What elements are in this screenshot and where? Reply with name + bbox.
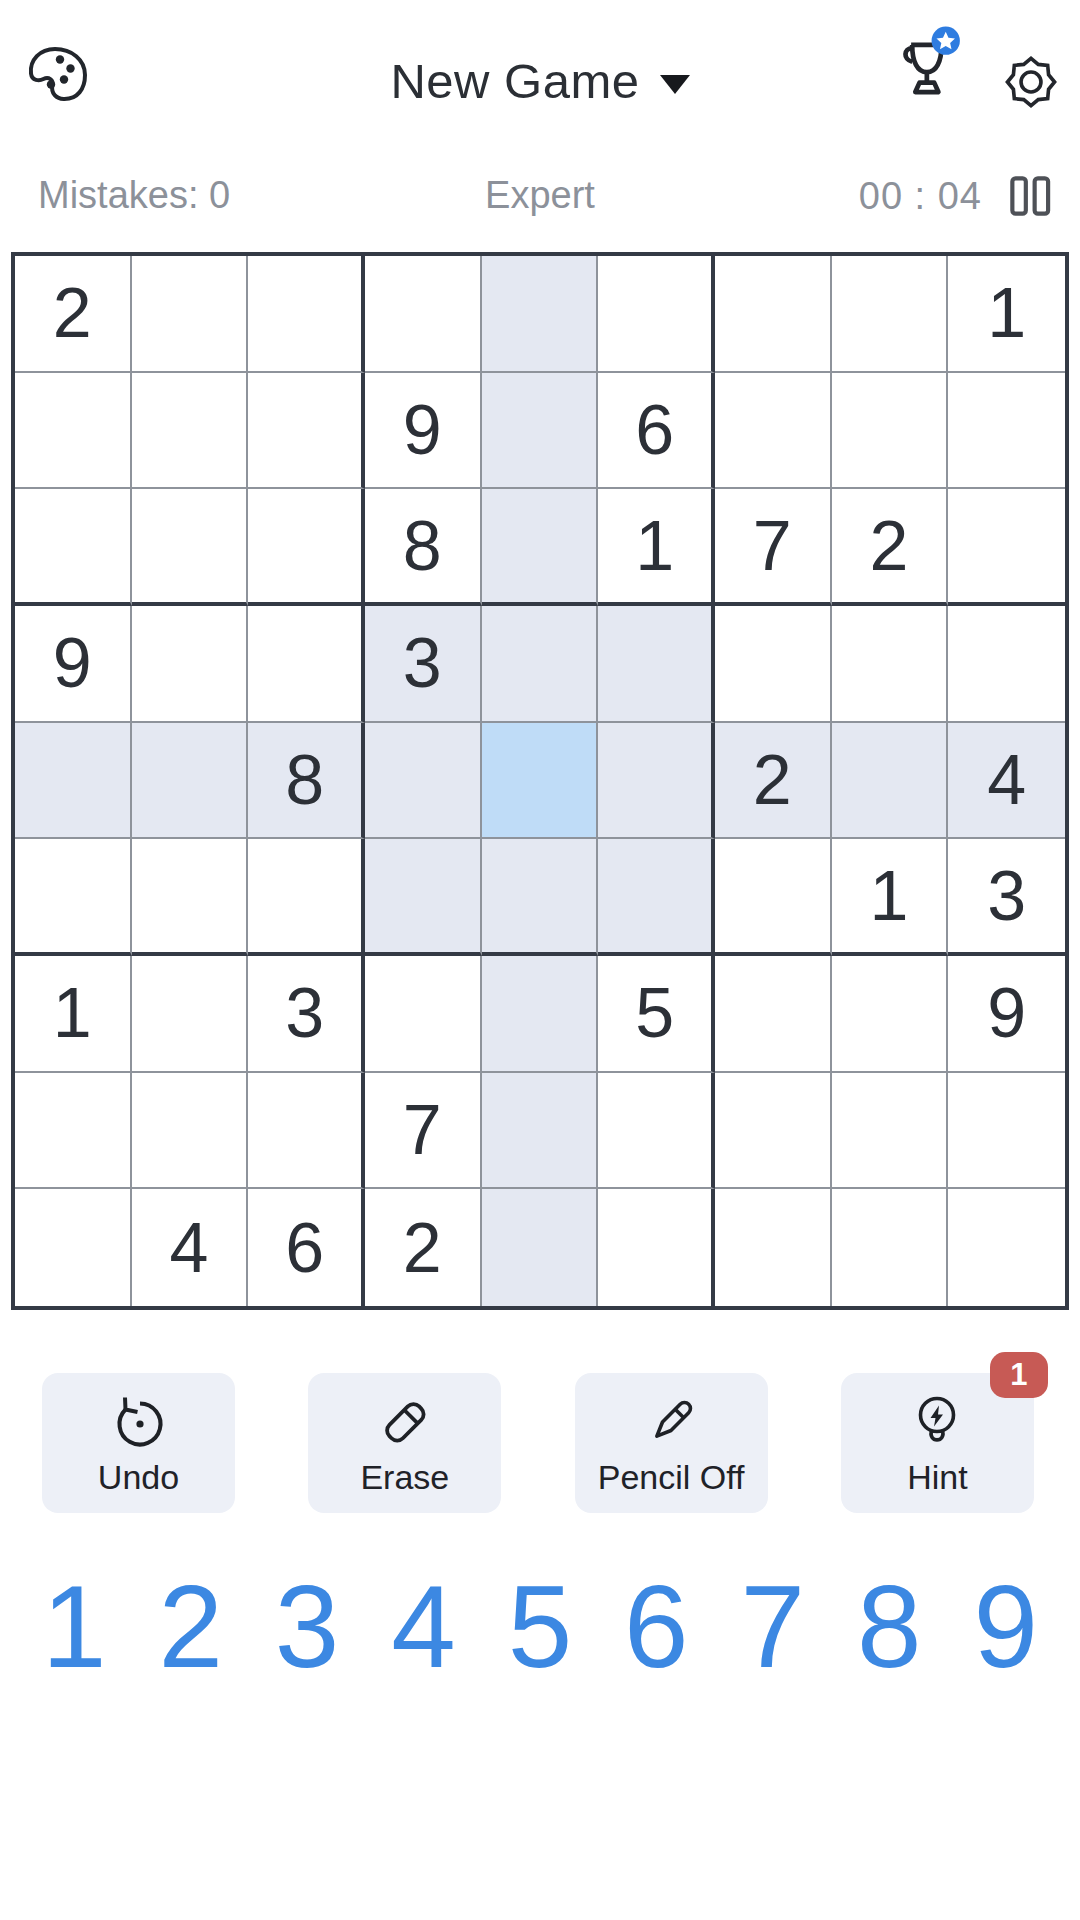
page-title: New Game <box>390 53 639 109</box>
sudoku-cell-r5c2[interactable] <box>132 723 249 840</box>
sudoku-cell-r7c5[interactable] <box>482 956 599 1073</box>
trophy-icon[interactable] <box>890 26 970 112</box>
sudoku-cell-r6c5[interactable] <box>482 839 599 956</box>
sudoku-cell-r8c1[interactable] <box>15 1073 132 1190</box>
pencil-toggle-button[interactable]: Pencil Off <box>575 1373 768 1513</box>
sudoku-cell-r7c9[interactable]: 9 <box>948 956 1065 1073</box>
sudoku-cell-r5c9[interactable]: 4 <box>948 723 1065 840</box>
numpad-key-4[interactable]: 4 <box>391 1562 456 1692</box>
undo-button[interactable]: Undo <box>42 1373 235 1513</box>
sudoku-cell-r3c6[interactable]: 1 <box>598 489 715 606</box>
sudoku-cell-r2c2[interactable] <box>132 373 249 490</box>
sudoku-cell-r5c7[interactable]: 2 <box>715 723 832 840</box>
toolbar: Undo Erase Pencil Off 1 <box>0 1373 1080 1513</box>
sudoku-cell-r8c6[interactable] <box>598 1073 715 1190</box>
erase-label: Erase <box>360 1458 449 1497</box>
sudoku-cell-r6c4[interactable] <box>365 839 482 956</box>
sudoku-cell-r1c5[interactable] <box>482 256 599 373</box>
sudoku-cell-r5c3[interactable]: 8 <box>248 723 365 840</box>
sudoku-cell-r2c3[interactable] <box>248 373 365 490</box>
sudoku-cell-r2c6[interactable]: 6 <box>598 373 715 490</box>
sudoku-cell-r1c4[interactable] <box>365 256 482 373</box>
sudoku-cell-r1c1[interactable]: 2 <box>15 256 132 373</box>
sudoku-cell-r1c6[interactable] <box>598 256 715 373</box>
sudoku-cell-r2c9[interactable] <box>948 373 1065 490</box>
sudoku-cell-r5c4[interactable] <box>365 723 482 840</box>
numpad-key-2[interactable]: 2 <box>158 1562 223 1692</box>
sudoku-cell-r3c2[interactable] <box>132 489 249 606</box>
sudoku-cell-r4c1[interactable]: 9 <box>15 606 132 723</box>
numpad-key-3[interactable]: 3 <box>275 1562 340 1692</box>
sudoku-cell-r1c8[interactable] <box>832 256 949 373</box>
sudoku-cell-r9c9[interactable] <box>948 1189 1065 1306</box>
hint-count-badge: 1 <box>990 1352 1048 1398</box>
eraser-icon <box>373 1390 437 1454</box>
sudoku-cell-r7c1[interactable]: 1 <box>15 956 132 1073</box>
chevron-down-icon <box>660 75 690 94</box>
sudoku-cell-r1c3[interactable] <box>248 256 365 373</box>
lightbulb-icon <box>905 1390 969 1454</box>
erase-button[interactable]: Erase <box>308 1373 501 1513</box>
sudoku-cell-r8c4[interactable]: 7 <box>365 1073 482 1190</box>
numpad-key-1[interactable]: 1 <box>42 1562 107 1692</box>
timer: 00 : 04 <box>859 175 982 218</box>
sudoku-cell-r8c3[interactable] <box>248 1073 365 1190</box>
sudoku-cell-r1c2[interactable] <box>132 256 249 373</box>
sudoku-cell-r6c1[interactable] <box>15 839 132 956</box>
pencil-label: Pencil Off <box>598 1458 745 1497</box>
undo-label: Undo <box>98 1458 179 1497</box>
numpad-key-6[interactable]: 6 <box>624 1562 689 1692</box>
sudoku-cell-r9c6[interactable] <box>598 1189 715 1306</box>
sudoku-cell-r8c9[interactable] <box>948 1073 1065 1190</box>
sudoku-cell-r7c4[interactable] <box>365 956 482 1073</box>
sudoku-cell-r2c5[interactable] <box>482 373 599 490</box>
sudoku-cell-r4c8[interactable] <box>832 606 949 723</box>
sudoku-cell-r3c7[interactable]: 7 <box>715 489 832 606</box>
sudoku-cell-r2c8[interactable] <box>832 373 949 490</box>
sudoku-cell-r6c3[interactable] <box>248 839 365 956</box>
status-bar: Mistakes: 0 Expert 00 : 04 <box>0 170 1080 222</box>
sudoku-cell-r6c7[interactable] <box>715 839 832 956</box>
sudoku-cell-r9c5[interactable] <box>482 1189 599 1306</box>
hint-button[interactable]: 1 Hint <box>841 1373 1034 1513</box>
sudoku-cell-r3c1[interactable] <box>15 489 132 606</box>
header: New Game <box>0 0 1080 140</box>
hint-label: Hint <box>907 1458 967 1497</box>
sudoku-cell-r5c6[interactable] <box>598 723 715 840</box>
sudoku-cell-r4c9[interactable] <box>948 606 1065 723</box>
sudoku-cell-r7c2[interactable] <box>132 956 249 1073</box>
numpad-key-7[interactable]: 7 <box>741 1562 806 1692</box>
sudoku-cell-r6c2[interactable] <box>132 839 249 956</box>
sudoku-cell-r9c1[interactable] <box>15 1189 132 1306</box>
sudoku-cell-r3c9[interactable] <box>948 489 1065 606</box>
pencil-icon <box>639 1390 703 1454</box>
sudoku-cell-r2c1[interactable] <box>15 373 132 490</box>
sudoku-cell-r3c4[interactable]: 8 <box>365 489 482 606</box>
sudoku-cell-r3c8[interactable]: 2 <box>832 489 949 606</box>
sudoku-cell-r4c5[interactable] <box>482 606 599 723</box>
sudoku-cell-r8c2[interactable] <box>132 1073 249 1190</box>
sudoku-cell-r9c7[interactable] <box>715 1189 832 1306</box>
sudoku-cell-r7c6[interactable]: 5 <box>598 956 715 1073</box>
sudoku-cell-r8c5[interactable] <box>482 1073 599 1190</box>
numpad-key-5[interactable]: 5 <box>508 1562 573 1692</box>
sudoku-cell-r1c9[interactable]: 1 <box>948 256 1065 373</box>
sudoku-board: 21968172938241313597462 <box>11 252 1069 1310</box>
sudoku-cell-r4c6[interactable] <box>598 606 715 723</box>
sudoku-cell-r9c3[interactable]: 6 <box>248 1189 365 1306</box>
sudoku-cell-r2c4[interactable]: 9 <box>365 373 482 490</box>
sudoku-cell-r2c7[interactable] <box>715 373 832 490</box>
sudoku-cell-r6c9[interactable]: 3 <box>948 839 1065 956</box>
sudoku-cell-r3c5[interactable] <box>482 489 599 606</box>
sudoku-cell-r5c1[interactable] <box>15 723 132 840</box>
sudoku-cell-r6c8[interactable]: 1 <box>832 839 949 956</box>
sudoku-cell-r1c7[interactable] <box>715 256 832 373</box>
sudoku-cell-r7c3[interactable]: 3 <box>248 956 365 1073</box>
number-pad: 123456789 <box>0 1562 1080 1692</box>
numpad-key-9[interactable]: 9 <box>973 1562 1038 1692</box>
sudoku-cell-r7c7[interactable] <box>715 956 832 1073</box>
sudoku-cell-r4c2[interactable] <box>132 606 249 723</box>
sudoku-cell-r5c8[interactable] <box>832 723 949 840</box>
sudoku-cell-r9c2[interactable]: 4 <box>132 1189 249 1306</box>
sudoku-cell-r4c7[interactable] <box>715 606 832 723</box>
sudoku-cell-r9c4[interactable]: 2 <box>365 1189 482 1306</box>
sudoku-cell-r6c6[interactable] <box>598 839 715 956</box>
undo-icon <box>107 1390 171 1454</box>
sudoku-cell-r8c7[interactable] <box>715 1073 832 1190</box>
sudoku-cell-r4c3[interactable] <box>248 606 365 723</box>
gear-icon[interactable] <box>1002 53 1060 111</box>
sudoku-cell-r3c3[interactable] <box>248 489 365 606</box>
pause-icon[interactable] <box>1004 170 1056 222</box>
sudoku-cell-r4c4[interactable]: 3 <box>365 606 482 723</box>
sudoku-cell-r9c8[interactable] <box>832 1189 949 1306</box>
sudoku-cell-r8c8[interactable] <box>832 1073 949 1190</box>
sudoku-cell-r7c8[interactable] <box>832 956 949 1073</box>
sudoku-cell-r5c5[interactable] <box>482 723 599 840</box>
numpad-key-8[interactable]: 8 <box>857 1562 922 1692</box>
